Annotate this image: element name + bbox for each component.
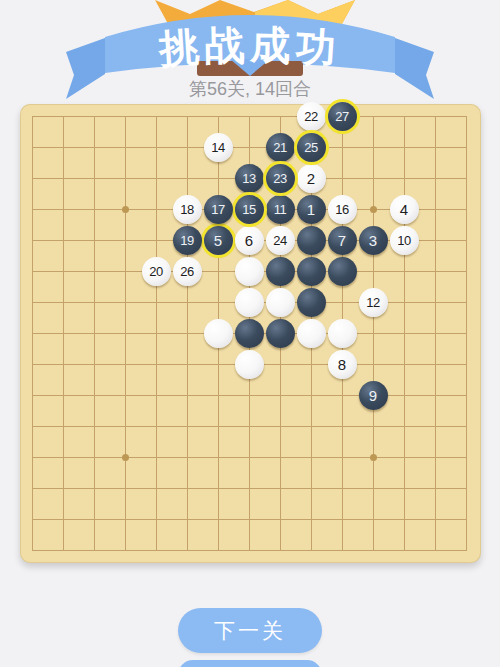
gomoku-board: 1234567891011121314151617181920212223242… <box>20 104 481 563</box>
stone-black-1: 1 <box>297 195 326 224</box>
star-point <box>370 206 377 213</box>
stone-white-6: 6 <box>235 226 264 255</box>
stone-white-22: 22 <box>297 102 326 131</box>
stone-white-24: 24 <box>266 226 295 255</box>
star-point <box>122 206 129 213</box>
stone-black-preplaced <box>297 226 326 255</box>
stone-black-preplaced <box>235 319 264 348</box>
banner-title: 挑战成功 <box>156 23 343 71</box>
stone-black-13: 13 <box>235 164 264 193</box>
stone-white-preplaced <box>266 288 295 317</box>
star-point <box>370 454 377 461</box>
screen: 挑战成功 第56关, 14回合 123456789101112131415161… <box>0 0 500 667</box>
stone-black-7: 7 <box>328 226 357 255</box>
stone-white-preplaced <box>235 257 264 286</box>
stone-black-21: 21 <box>266 133 295 162</box>
stone-black-17: 17 <box>204 195 233 224</box>
stone-black-preplaced <box>266 319 295 348</box>
stone-black-preplaced <box>297 288 326 317</box>
stone-black-15: 15 <box>235 195 264 224</box>
stone-white-12: 12 <box>359 288 388 317</box>
next-level-button[interactable]: 下一关 <box>178 608 322 653</box>
stone-black-preplaced <box>297 257 326 286</box>
stone-white-4: 4 <box>390 195 419 224</box>
stone-white-preplaced <box>297 319 326 348</box>
stone-white-preplaced <box>235 350 264 379</box>
stone-black-preplaced <box>266 257 295 286</box>
stone-black-5: 5 <box>204 226 233 255</box>
stone-black-11: 11 <box>266 195 295 224</box>
stone-white-preplaced <box>328 319 357 348</box>
stone-white-16: 16 <box>328 195 357 224</box>
stone-white-8: 8 <box>328 350 357 379</box>
stone-black-9: 9 <box>359 381 388 410</box>
stone-black-3: 3 <box>359 226 388 255</box>
stone-white-14: 14 <box>204 133 233 162</box>
bottom-partial-button[interactable] <box>178 660 322 667</box>
stone-black-23: 23 <box>266 164 295 193</box>
stone-white-2: 2 <box>297 164 326 193</box>
stone-white-18: 18 <box>173 195 202 224</box>
stone-black-19: 19 <box>173 226 202 255</box>
star-point <box>122 454 129 461</box>
level-subtitle: 第56关, 14回合 <box>0 77 500 101</box>
stone-white-preplaced <box>204 319 233 348</box>
stone-white-20: 20 <box>142 257 171 286</box>
stone-white-26: 26 <box>173 257 202 286</box>
stone-black-preplaced <box>328 257 357 286</box>
stone-black-25: 25 <box>297 133 326 162</box>
stone-white-preplaced <box>235 288 264 317</box>
stone-black-27: 27 <box>328 102 357 131</box>
stone-white-10: 10 <box>390 226 419 255</box>
